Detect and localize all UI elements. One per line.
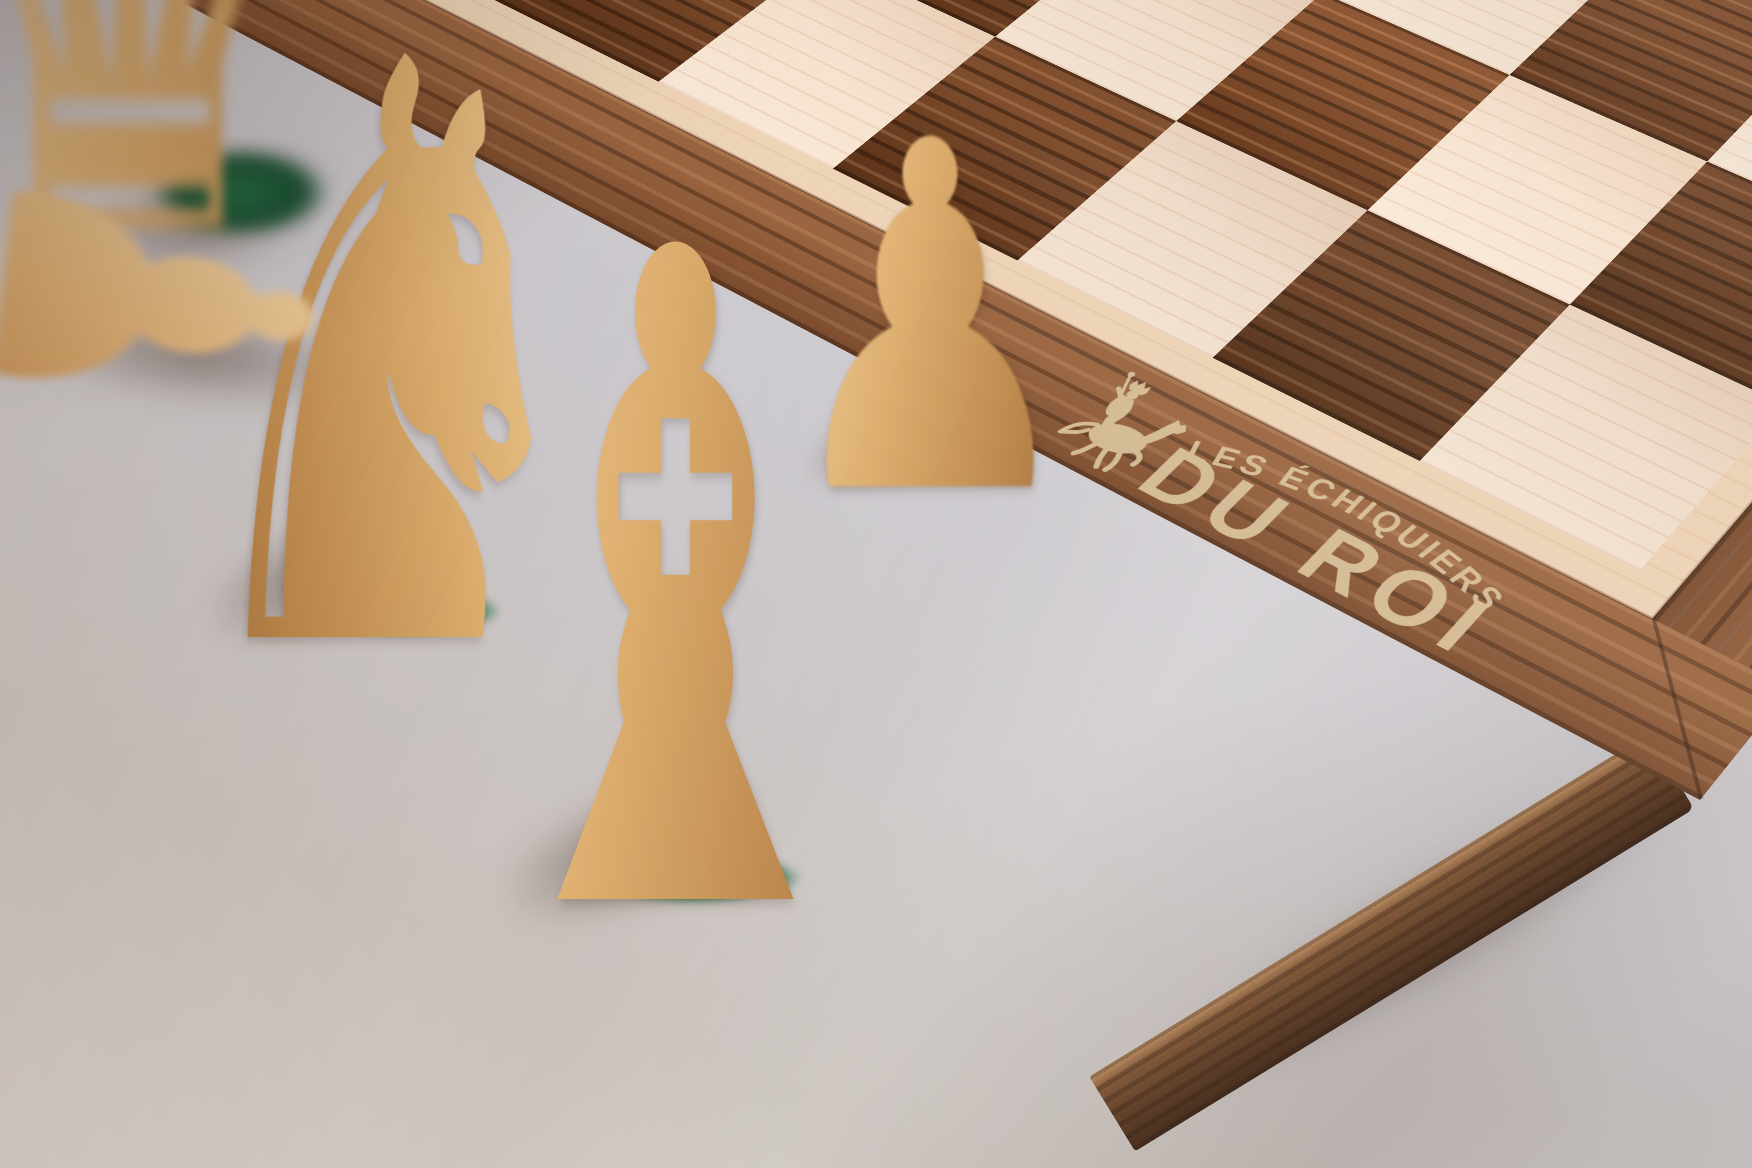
corner-miter-seam	[1651, 613, 1704, 799]
white-pawn-piece[interactable]: ♟	[830, 150, 1030, 490]
white-pawn-glyph: ♟	[775, 80, 1085, 560]
scene: LES ÉCHIQUIERS DU ROI ♛ ♟ ♞ ♝ ♟	[0, 0, 1752, 1168]
fallen-pawn-glyph: ♟	[0, 136, 380, 464]
fallen-white-pawn-piece[interactable]: ♟	[0, 170, 340, 430]
